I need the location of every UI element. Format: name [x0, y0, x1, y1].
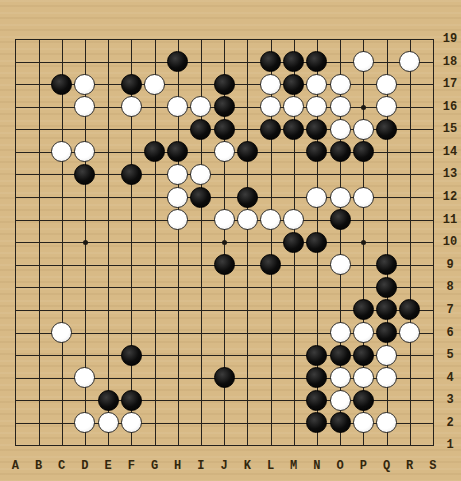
- black-stone-M17: [283, 74, 304, 95]
- black-stone-F13: [121, 164, 142, 185]
- row-label-11: 11: [437, 213, 461, 227]
- black-stone-F3: [121, 390, 142, 411]
- row-label-10: 10: [437, 235, 461, 249]
- white-stone-L16: [260, 96, 281, 117]
- black-stone-O5: [330, 345, 351, 366]
- black-stone-I12: [190, 187, 211, 208]
- white-stone-F2: [121, 412, 142, 433]
- black-stone-J15: [214, 119, 235, 140]
- col-label-S: S: [421, 459, 444, 473]
- grid-line-vertical-K: [247, 39, 248, 446]
- black-stone-F5: [121, 345, 142, 366]
- black-stone-C17: [51, 74, 72, 95]
- white-stone-M11: [283, 209, 304, 230]
- grid-line-vertical-S: [433, 39, 434, 446]
- row-label-2: 2: [437, 416, 461, 430]
- white-stone-G17: [144, 74, 165, 95]
- black-stone-H14: [167, 141, 188, 162]
- black-stone-N18: [306, 51, 327, 72]
- black-stone-K14: [237, 141, 258, 162]
- white-stone-R6: [399, 322, 420, 343]
- white-stone-D16: [74, 96, 95, 117]
- white-stone-K11: [237, 209, 258, 230]
- white-stone-N17: [306, 74, 327, 95]
- white-stone-P18: [353, 51, 374, 72]
- white-stone-L11: [260, 209, 281, 230]
- black-stone-P14: [353, 141, 374, 162]
- white-stone-O3: [330, 390, 351, 411]
- row-label-18: 18: [437, 55, 461, 69]
- black-stone-G14: [144, 141, 165, 162]
- row-label-3: 3: [437, 393, 461, 407]
- col-label-G: G: [143, 459, 166, 473]
- white-stone-N16: [306, 96, 327, 117]
- white-stone-M16: [283, 96, 304, 117]
- white-stone-E2: [98, 412, 119, 433]
- white-stone-I13: [190, 164, 211, 185]
- black-stone-E3: [98, 390, 119, 411]
- white-stone-J11: [214, 209, 235, 230]
- white-stone-Q2: [376, 412, 397, 433]
- black-stone-P7: [353, 299, 374, 320]
- row-label-1: 1: [437, 438, 461, 452]
- black-stone-Q8: [376, 277, 397, 298]
- black-stone-F17: [121, 74, 142, 95]
- white-stone-P12: [353, 187, 374, 208]
- col-label-D: D: [73, 459, 96, 473]
- col-label-L: L: [259, 459, 282, 473]
- row-label-5: 5: [437, 348, 461, 362]
- white-stone-C14: [51, 141, 72, 162]
- black-stone-L9: [260, 254, 281, 275]
- col-label-P: P: [352, 459, 375, 473]
- col-label-J: J: [213, 459, 236, 473]
- white-stone-D17: [74, 74, 95, 95]
- row-label-16: 16: [437, 100, 461, 114]
- white-stone-H13: [167, 164, 188, 185]
- white-stone-P2: [353, 412, 374, 433]
- white-stone-O16: [330, 96, 351, 117]
- black-stone-M18: [283, 51, 304, 72]
- black-stone-L15: [260, 119, 281, 140]
- black-stone-P3: [353, 390, 374, 411]
- white-stone-P4: [353, 367, 374, 388]
- white-stone-P6: [353, 322, 374, 343]
- col-label-E: E: [97, 459, 120, 473]
- white-stone-Q4: [376, 367, 397, 388]
- white-stone-N12: [306, 187, 327, 208]
- white-stone-O4: [330, 367, 351, 388]
- black-stone-M10: [283, 232, 304, 253]
- black-stone-H18: [167, 51, 188, 72]
- black-stone-Q15: [376, 119, 397, 140]
- row-label-8: 8: [437, 280, 461, 294]
- black-stone-L18: [260, 51, 281, 72]
- row-label-4: 4: [437, 371, 461, 385]
- row-label-14: 14: [437, 145, 461, 159]
- col-label-H: H: [166, 459, 189, 473]
- black-stone-N5: [306, 345, 327, 366]
- row-label-9: 9: [437, 258, 461, 272]
- black-stone-N10: [306, 232, 327, 253]
- row-label-12: 12: [437, 190, 461, 204]
- white-stone-O6: [330, 322, 351, 343]
- col-label-B: B: [27, 459, 50, 473]
- row-label-17: 17: [437, 77, 461, 91]
- white-stone-O9: [330, 254, 351, 275]
- col-label-A: A: [4, 459, 27, 473]
- white-stone-H12: [167, 187, 188, 208]
- white-stone-D14: [74, 141, 95, 162]
- row-label-15: 15: [437, 122, 461, 136]
- black-stone-R7: [399, 299, 420, 320]
- white-stone-P15: [353, 119, 374, 140]
- black-stone-J9: [214, 254, 235, 275]
- black-stone-J16: [214, 96, 235, 117]
- black-stone-N4: [306, 367, 327, 388]
- black-stone-J17: [214, 74, 235, 95]
- white-stone-Q17: [376, 74, 397, 95]
- col-label-M: M: [282, 459, 305, 473]
- black-stone-O11: [330, 209, 351, 230]
- white-stone-C6: [51, 322, 72, 343]
- grid-line-horizontal-1: [15, 445, 434, 446]
- row-label-19: 19: [437, 32, 461, 46]
- col-label-I: I: [189, 459, 212, 473]
- white-stone-L17: [260, 74, 281, 95]
- black-stone-Q9: [376, 254, 397, 275]
- col-label-N: N: [305, 459, 328, 473]
- star-point-P16: [361, 105, 366, 110]
- black-stone-J4: [214, 367, 235, 388]
- white-stone-J14: [214, 141, 235, 162]
- row-label-7: 7: [437, 303, 461, 317]
- black-stone-N2: [306, 412, 327, 433]
- white-stone-O17: [330, 74, 351, 95]
- row-label-13: 13: [437, 167, 461, 181]
- black-stone-Q6: [376, 322, 397, 343]
- white-stone-Q5: [376, 345, 397, 366]
- white-stone-D4: [74, 367, 95, 388]
- black-stone-K12: [237, 187, 258, 208]
- black-stone-O2: [330, 412, 351, 433]
- black-stone-N3: [306, 390, 327, 411]
- black-stone-O14: [330, 141, 351, 162]
- white-stone-H16: [167, 96, 188, 117]
- grid-line-vertical-R: [410, 39, 411, 446]
- black-stone-I15: [190, 119, 211, 140]
- black-stone-D13: [74, 164, 95, 185]
- col-label-C: C: [50, 459, 73, 473]
- col-label-K: K: [236, 459, 259, 473]
- col-label-F: F: [120, 459, 143, 473]
- black-stone-Q7: [376, 299, 397, 320]
- star-point-P10: [361, 240, 366, 245]
- go-board-screenshot: ABCDEFGHIJKLMNOPQRS 19181716151413121110…: [0, 0, 461, 481]
- white-stone-Q16: [376, 96, 397, 117]
- white-stone-H11: [167, 209, 188, 230]
- col-label-Q: Q: [375, 459, 398, 473]
- white-stone-O15: [330, 119, 351, 140]
- white-stone-F16: [121, 96, 142, 117]
- white-stone-I16: [190, 96, 211, 117]
- row-label-6: 6: [437, 326, 461, 340]
- grid-line-horizontal-8: [15, 287, 434, 288]
- white-stone-O12: [330, 187, 351, 208]
- black-stone-M15: [283, 119, 304, 140]
- star-point-J10: [222, 240, 227, 245]
- black-stone-P5: [353, 345, 374, 366]
- black-stone-N14: [306, 141, 327, 162]
- star-point-D10: [83, 240, 88, 245]
- black-stone-N15: [306, 119, 327, 140]
- white-stone-D2: [74, 412, 95, 433]
- white-stone-R18: [399, 51, 420, 72]
- col-label-R: R: [398, 459, 421, 473]
- col-label-O: O: [329, 459, 352, 473]
